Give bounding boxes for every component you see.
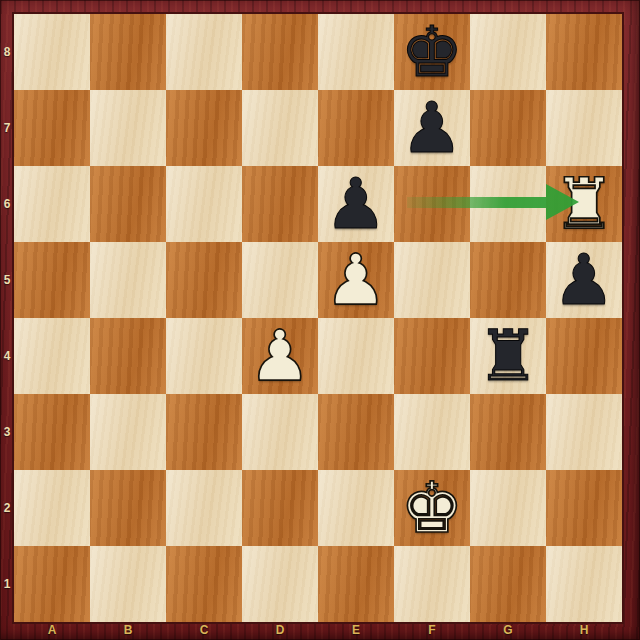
square-c6[interactable] bbox=[166, 166, 242, 242]
black-rook[interactable]: ♜ bbox=[477, 318, 540, 394]
square-b5[interactable] bbox=[90, 242, 166, 318]
square-f1[interactable] bbox=[394, 546, 470, 622]
white-pawn[interactable]: ♟ bbox=[249, 318, 312, 394]
square-h2[interactable] bbox=[546, 470, 622, 546]
rank-label-5: 5 bbox=[0, 242, 14, 318]
square-f8[interactable]: ♚ bbox=[394, 14, 470, 90]
file-label-h: H bbox=[546, 622, 622, 640]
square-f7[interactable]: ♟ bbox=[394, 90, 470, 166]
square-a6[interactable] bbox=[14, 166, 90, 242]
square-a1[interactable] bbox=[14, 546, 90, 622]
file-label-a: A bbox=[14, 622, 90, 640]
square-c4[interactable] bbox=[166, 318, 242, 394]
square-g4[interactable]: ♜ bbox=[470, 318, 546, 394]
square-h4[interactable] bbox=[546, 318, 622, 394]
square-b8[interactable] bbox=[90, 14, 166, 90]
square-c2[interactable] bbox=[166, 470, 242, 546]
white-pawn[interactable]: ♟ bbox=[325, 242, 388, 318]
square-d8[interactable] bbox=[242, 14, 318, 90]
square-b3[interactable] bbox=[90, 394, 166, 470]
square-d1[interactable] bbox=[242, 546, 318, 622]
black-pawn[interactable]: ♟ bbox=[553, 242, 616, 318]
rank-label-6: 6 bbox=[0, 166, 14, 242]
square-f4[interactable] bbox=[394, 318, 470, 394]
square-e8[interactable] bbox=[318, 14, 394, 90]
square-g8[interactable] bbox=[470, 14, 546, 90]
rank-label-7: 7 bbox=[0, 90, 14, 166]
white-rook[interactable]: ♜ bbox=[553, 166, 616, 242]
square-c5[interactable] bbox=[166, 242, 242, 318]
square-c7[interactable] bbox=[166, 90, 242, 166]
square-f3[interactable] bbox=[394, 394, 470, 470]
square-g3[interactable] bbox=[470, 394, 546, 470]
square-e2[interactable] bbox=[318, 470, 394, 546]
square-e1[interactable] bbox=[318, 546, 394, 622]
square-d6[interactable] bbox=[242, 166, 318, 242]
square-a2[interactable] bbox=[14, 470, 90, 546]
square-c1[interactable] bbox=[166, 546, 242, 622]
square-h5[interactable]: ♟ bbox=[546, 242, 622, 318]
square-h1[interactable] bbox=[546, 546, 622, 622]
square-b7[interactable] bbox=[90, 90, 166, 166]
square-e4[interactable] bbox=[318, 318, 394, 394]
white-king[interactable]: ♚ bbox=[401, 470, 464, 546]
square-g7[interactable] bbox=[470, 90, 546, 166]
square-a4[interactable] bbox=[14, 318, 90, 394]
rank-label-8: 8 bbox=[0, 14, 14, 90]
black-pawn[interactable]: ♟ bbox=[325, 166, 388, 242]
square-c8[interactable] bbox=[166, 14, 242, 90]
file-label-f: F bbox=[394, 622, 470, 640]
file-label-g: G bbox=[470, 622, 546, 640]
square-b4[interactable] bbox=[90, 318, 166, 394]
square-c3[interactable] bbox=[166, 394, 242, 470]
black-king[interactable]: ♚ bbox=[401, 14, 464, 90]
square-e7[interactable] bbox=[318, 90, 394, 166]
square-a5[interactable] bbox=[14, 242, 90, 318]
square-f2[interactable]: ♚ bbox=[394, 470, 470, 546]
rank-label-4: 4 bbox=[0, 318, 14, 394]
board-frame: ♚♟♟♜♟♟♟♜♚ 87654321 ABCDEFGH bbox=[0, 0, 640, 640]
square-b1[interactable] bbox=[90, 546, 166, 622]
rank-label-2: 2 bbox=[0, 470, 14, 546]
square-h6[interactable]: ♜ bbox=[546, 166, 622, 242]
square-g5[interactable] bbox=[470, 242, 546, 318]
square-h3[interactable] bbox=[546, 394, 622, 470]
square-d5[interactable] bbox=[242, 242, 318, 318]
square-h8[interactable] bbox=[546, 14, 622, 90]
square-d2[interactable] bbox=[242, 470, 318, 546]
square-e5[interactable]: ♟ bbox=[318, 242, 394, 318]
square-a8[interactable] bbox=[14, 14, 90, 90]
rank-label-3: 3 bbox=[0, 394, 14, 470]
square-e3[interactable] bbox=[318, 394, 394, 470]
square-f5[interactable] bbox=[394, 242, 470, 318]
black-pawn[interactable]: ♟ bbox=[401, 90, 464, 166]
rank-label-1: 1 bbox=[0, 546, 14, 622]
square-b2[interactable] bbox=[90, 470, 166, 546]
square-b6[interactable] bbox=[90, 166, 166, 242]
square-f6[interactable] bbox=[394, 166, 470, 242]
square-g1[interactable] bbox=[470, 546, 546, 622]
square-h7[interactable] bbox=[546, 90, 622, 166]
square-d3[interactable] bbox=[242, 394, 318, 470]
square-a7[interactable] bbox=[14, 90, 90, 166]
file-label-c: C bbox=[166, 622, 242, 640]
file-label-b: B bbox=[90, 622, 166, 640]
file-label-e: E bbox=[318, 622, 394, 640]
square-d7[interactable] bbox=[242, 90, 318, 166]
file-label-d: D bbox=[242, 622, 318, 640]
square-e6[interactable]: ♟ bbox=[318, 166, 394, 242]
square-g6[interactable] bbox=[470, 166, 546, 242]
square-g2[interactable] bbox=[470, 470, 546, 546]
square-d4[interactable]: ♟ bbox=[242, 318, 318, 394]
square-a3[interactable] bbox=[14, 394, 90, 470]
chess-board: ♚♟♟♜♟♟♟♜♚ bbox=[14, 14, 622, 622]
